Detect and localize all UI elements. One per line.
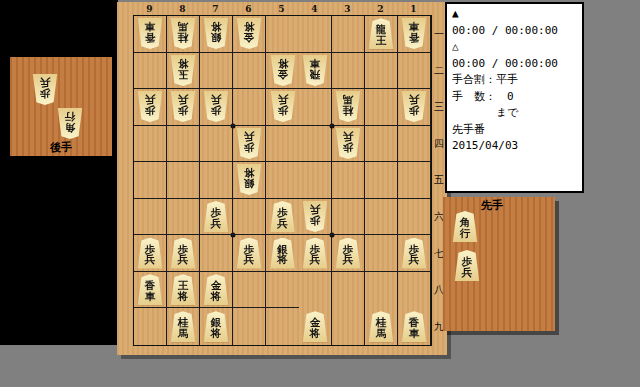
piece-kanji: 馬 bbox=[376, 328, 387, 339]
piece-kanji: 兵 bbox=[244, 254, 255, 265]
file-label: 5 bbox=[265, 3, 298, 15]
piece-桂馬-8i[interactable]: 桂馬 bbox=[170, 311, 196, 342]
square-4d[interactable] bbox=[299, 126, 332, 163]
piece-kanji: 兵 bbox=[409, 95, 420, 106]
piece-kanji: 兵 bbox=[145, 95, 156, 106]
sente-hand-角行[interactable]: 角行 bbox=[452, 211, 478, 242]
piece-kanji: 兵 bbox=[178, 95, 189, 106]
square-4i[interactable]: 金将 bbox=[299, 308, 332, 345]
piece-歩兵-4f[interactable]: 歩兵 bbox=[302, 201, 328, 232]
square-1e[interactable] bbox=[398, 162, 431, 199]
piece-飛車-4b[interactable]: 飛車 bbox=[302, 55, 328, 86]
panel-line-1: 00:00 / 00:00:00 bbox=[452, 23, 577, 40]
piece-金将-7h[interactable]: 金将 bbox=[203, 274, 229, 305]
piece-歩兵-9c[interactable]: 歩兵 bbox=[137, 91, 163, 122]
piece-kanji: 兵 bbox=[310, 205, 321, 216]
piece-歩兵-1g[interactable]: 歩兵 bbox=[401, 238, 427, 269]
piece-歩兵-9g[interactable]: 歩兵 bbox=[137, 238, 163, 269]
square-3c[interactable]: 桂馬 bbox=[332, 89, 365, 126]
square-4c[interactable] bbox=[299, 89, 332, 126]
piece-銀将-7i[interactable]: 銀将 bbox=[203, 311, 229, 342]
piece-kanji: 行 bbox=[65, 112, 76, 123]
piece-kanji: 馬 bbox=[178, 22, 189, 33]
piece-kanji: 兵 bbox=[211, 218, 222, 229]
square-5e[interactable] bbox=[266, 162, 299, 199]
piece-kanji: 兵 bbox=[277, 218, 288, 229]
piece-金将-6a[interactable]: 金将 bbox=[236, 18, 262, 49]
square-9i[interactable] bbox=[134, 308, 167, 345]
piece-kanji: 馬 bbox=[343, 95, 354, 106]
rank-label: 三 bbox=[433, 89, 445, 126]
piece-kanji: 歩 bbox=[277, 207, 288, 218]
piece-kanji: 歩 bbox=[409, 106, 420, 117]
piece-kanji: 王 bbox=[376, 35, 387, 46]
square-4e[interactable] bbox=[299, 162, 332, 199]
square-2i[interactable]: 桂馬 bbox=[365, 308, 398, 345]
piece-kanji: 将 bbox=[277, 59, 288, 70]
piece-桂馬-2i[interactable]: 桂馬 bbox=[368, 311, 394, 342]
rank-label: 五 bbox=[433, 162, 445, 199]
piece-kanji: 兵 bbox=[310, 254, 321, 265]
square-2e[interactable] bbox=[365, 162, 398, 199]
piece-kanji: 将 bbox=[211, 328, 222, 339]
panel-line-8: 2015/04/03 bbox=[452, 138, 577, 155]
square-6c[interactable] bbox=[233, 89, 266, 126]
piece-kanji: 飛 bbox=[310, 69, 321, 80]
square-5a[interactable] bbox=[266, 16, 299, 53]
gote-hand-歩兵[interactable]: 歩兵 bbox=[32, 74, 58, 105]
square-7b[interactable] bbox=[200, 53, 233, 90]
file-label: 3 bbox=[331, 3, 364, 15]
piece-歩兵-8c[interactable]: 歩兵 bbox=[170, 91, 196, 122]
gote-captured-tray: 後手 歩兵角行 bbox=[10, 57, 112, 156]
piece-歩兵-5c[interactable]: 歩兵 bbox=[270, 91, 296, 122]
piece-kanji: 金 bbox=[277, 69, 288, 80]
square-7f[interactable]: 歩兵 bbox=[200, 199, 233, 236]
square-8c[interactable]: 歩兵 bbox=[167, 89, 200, 126]
background-black-area bbox=[0, 0, 118, 345]
panel-line-3: 00:00 / 00:00:00 bbox=[452, 56, 577, 73]
square-5c[interactable]: 歩兵 bbox=[266, 89, 299, 126]
rank-label: 一 bbox=[433, 16, 445, 53]
square-3h[interactable] bbox=[332, 272, 365, 309]
file-label: 8 bbox=[166, 3, 199, 15]
piece-kanji: 歩 bbox=[178, 106, 189, 117]
square-3g[interactable]: 歩兵 bbox=[332, 235, 365, 272]
square-7h[interactable]: 金将 bbox=[200, 272, 233, 309]
piece-桂馬-3c[interactable]: 桂馬 bbox=[335, 91, 361, 122]
piece-kanji: 金 bbox=[244, 33, 255, 44]
square-3e[interactable] bbox=[332, 162, 365, 199]
square-7a[interactable]: 銀将 bbox=[200, 16, 233, 53]
square-8f[interactable] bbox=[167, 199, 200, 236]
piece-kanji: 将 bbox=[211, 291, 222, 302]
piece-歩兵-7c[interactable]: 歩兵 bbox=[203, 91, 229, 122]
square-7g[interactable] bbox=[200, 235, 233, 272]
piece-kanji: 兵 bbox=[277, 95, 288, 106]
piece-歩兵-6g[interactable]: 歩兵 bbox=[236, 238, 262, 269]
square-8h[interactable]: 王将 bbox=[167, 272, 200, 309]
piece-kanji: 兵 bbox=[343, 254, 354, 265]
piece-香車-1i[interactable]: 香車 bbox=[401, 311, 427, 342]
square-1f[interactable] bbox=[398, 199, 431, 236]
piece-kanji: 兵 bbox=[211, 95, 222, 106]
square-1b[interactable] bbox=[398, 53, 431, 90]
piece-kanji: 歩 bbox=[277, 106, 288, 117]
board-grid[interactable]: 香車桂馬銀将金将龍王香車玉将金将飛車歩兵歩兵歩兵歩兵桂馬歩兵歩兵歩兵銀将歩兵歩兵… bbox=[133, 15, 432, 346]
square-7c[interactable]: 歩兵 bbox=[200, 89, 233, 126]
piece-kanji: 将 bbox=[244, 22, 255, 33]
square-1i[interactable]: 香車 bbox=[398, 308, 431, 345]
piece-kanji: 将 bbox=[310, 328, 321, 339]
square-5g[interactable]: 銀将 bbox=[266, 235, 299, 272]
panel-line-0: ▲ bbox=[452, 6, 577, 23]
square-1c[interactable]: 歩兵 bbox=[398, 89, 431, 126]
panel-line-7: 先手番 bbox=[452, 122, 577, 139]
square-2c[interactable] bbox=[365, 89, 398, 126]
piece-龍王-2a[interactable]: 龍王 bbox=[368, 18, 394, 49]
piece-kanji: 行 bbox=[460, 228, 471, 239]
piece-銀将-5g[interactable]: 銀将 bbox=[270, 238, 296, 269]
square-9d[interactable] bbox=[134, 126, 167, 163]
piece-kanji: 車 bbox=[409, 328, 420, 339]
piece-kanji: 香 bbox=[409, 33, 420, 44]
piece-kanji: 歩 bbox=[145, 106, 156, 117]
piece-kanji: 兵 bbox=[462, 267, 473, 278]
piece-銀将-6e[interactable]: 銀将 bbox=[236, 164, 262, 195]
square-7i[interactable]: 銀将 bbox=[200, 308, 233, 345]
piece-歩兵-5f[interactable]: 歩兵 bbox=[270, 201, 296, 232]
square-2h[interactable] bbox=[365, 272, 398, 309]
piece-銀将-7a[interactable]: 銀将 bbox=[203, 18, 229, 49]
piece-kanji: 歩 bbox=[211, 207, 222, 218]
panel-line-4: 手合割：平手 bbox=[452, 72, 577, 89]
file-label: 2 bbox=[364, 3, 397, 15]
piece-kanji: 車 bbox=[145, 22, 156, 33]
square-8d[interactable] bbox=[167, 126, 200, 163]
piece-kanji: 将 bbox=[178, 291, 189, 302]
piece-kanji: 角 bbox=[460, 217, 471, 228]
square-1h[interactable] bbox=[398, 272, 431, 309]
file-labels: 987654321 bbox=[133, 3, 430, 15]
square-2a[interactable]: 龍王 bbox=[365, 16, 398, 53]
piece-kanji: 桂 bbox=[343, 106, 354, 117]
piece-kanji: 銀 bbox=[211, 33, 222, 44]
piece-歩兵-8g[interactable]: 歩兵 bbox=[170, 238, 196, 269]
file-label: 6 bbox=[232, 3, 265, 15]
file-label: 1 bbox=[397, 3, 430, 15]
square-6a[interactable]: 金将 bbox=[233, 16, 266, 53]
square-4b[interactable]: 飛車 bbox=[299, 53, 332, 90]
piece-kanji: 車 bbox=[409, 22, 420, 33]
piece-歩兵-4g[interactable]: 歩兵 bbox=[302, 238, 328, 269]
piece-kanji: 将 bbox=[211, 22, 222, 33]
piece-桂馬-8a[interactable]: 桂馬 bbox=[170, 18, 196, 49]
square-2g[interactable] bbox=[365, 235, 398, 272]
square-3i[interactable] bbox=[332, 308, 365, 345]
piece-金将-4i[interactable]: 金将 bbox=[302, 311, 328, 342]
square-3d[interactable]: 歩兵 bbox=[332, 126, 365, 163]
piece-kanji: 兵 bbox=[178, 254, 189, 265]
piece-香車-9h[interactable]: 香車 bbox=[137, 274, 163, 305]
square-5f[interactable]: 歩兵 bbox=[266, 199, 299, 236]
square-3b[interactable] bbox=[332, 53, 365, 90]
piece-kanji: 将 bbox=[178, 59, 189, 70]
piece-歩兵-3d[interactable]: 歩兵 bbox=[335, 128, 361, 159]
piece-歩兵-1c[interactable]: 歩兵 bbox=[401, 91, 427, 122]
sente-captured-tray: 先手 角行歩兵 bbox=[443, 197, 555, 331]
piece-王将-8h[interactable]: 王将 bbox=[170, 274, 196, 305]
square-6b[interactable] bbox=[233, 53, 266, 90]
square-5i[interactable] bbox=[266, 308, 299, 345]
panel-line-6: まで bbox=[452, 105, 577, 122]
panel-line-2: △ bbox=[452, 39, 577, 56]
square-9e[interactable] bbox=[134, 162, 167, 199]
piece-kanji: 車 bbox=[310, 59, 321, 70]
square-5d[interactable] bbox=[266, 126, 299, 163]
square-6h[interactable] bbox=[233, 272, 266, 309]
shogi-board: 987654321 香車桂馬銀将金将龍王香車玉将金将飛車歩兵歩兵歩兵歩兵桂馬歩兵… bbox=[117, 2, 447, 355]
file-label: 4 bbox=[298, 3, 331, 15]
piece-kanji: 玉 bbox=[178, 69, 189, 80]
piece-kanji: 兵 bbox=[409, 254, 420, 265]
square-6e[interactable]: 銀将 bbox=[233, 162, 266, 199]
square-9g[interactable]: 歩兵 bbox=[134, 235, 167, 272]
sente-tray-label: 先手 bbox=[481, 198, 503, 213]
piece-kanji: 歩 bbox=[310, 216, 321, 227]
square-8i[interactable]: 桂馬 bbox=[167, 308, 200, 345]
square-4g[interactable]: 歩兵 bbox=[299, 235, 332, 272]
gote-tray-label: 後手 bbox=[50, 140, 72, 155]
piece-kanji: 角 bbox=[65, 123, 76, 134]
file-label: 7 bbox=[199, 3, 232, 15]
square-4f[interactable]: 歩兵 bbox=[299, 199, 332, 236]
sente-hand-歩兵[interactable]: 歩兵 bbox=[454, 250, 480, 281]
square-8b[interactable]: 玉将 bbox=[167, 53, 200, 90]
piece-歩兵-7f[interactable]: 歩兵 bbox=[203, 201, 229, 232]
piece-kanji: 歩 bbox=[462, 256, 473, 267]
square-6g[interactable]: 歩兵 bbox=[233, 235, 266, 272]
piece-kanji: 香 bbox=[145, 33, 156, 44]
rank-label: 二 bbox=[433, 53, 445, 90]
square-5h[interactable] bbox=[266, 272, 299, 309]
square-7d[interactable] bbox=[200, 126, 233, 163]
rank-label: 四 bbox=[433, 126, 445, 163]
piece-金将-5b[interactable]: 金将 bbox=[270, 55, 296, 86]
piece-kanji: 兵 bbox=[145, 254, 156, 265]
square-9h[interactable]: 香車 bbox=[134, 272, 167, 309]
square-1a[interactable]: 香車 bbox=[398, 16, 431, 53]
square-9f[interactable] bbox=[134, 199, 167, 236]
square-8a[interactable]: 桂馬 bbox=[167, 16, 200, 53]
square-3f[interactable] bbox=[332, 199, 365, 236]
square-9a[interactable]: 香車 bbox=[134, 16, 167, 53]
piece-kanji: 歩 bbox=[343, 142, 354, 153]
piece-kanji: 馬 bbox=[178, 328, 189, 339]
piece-歩兵-3g[interactable]: 歩兵 bbox=[335, 238, 361, 269]
piece-歩兵-6d[interactable]: 歩兵 bbox=[236, 128, 262, 159]
square-6i[interactable] bbox=[233, 308, 266, 345]
square-8g[interactable]: 歩兵 bbox=[167, 235, 200, 272]
piece-kanji: 兵 bbox=[244, 132, 255, 143]
piece-kanji: 歩 bbox=[244, 142, 255, 153]
square-2f[interactable] bbox=[365, 199, 398, 236]
piece-kanji: 兵 bbox=[40, 78, 51, 89]
piece-kanji: 車 bbox=[145, 291, 156, 302]
square-4a[interactable] bbox=[299, 16, 332, 53]
square-3a[interactable] bbox=[332, 16, 365, 53]
piece-kanji: 歩 bbox=[40, 89, 51, 100]
panel-line-5: 手 数： 0 bbox=[452, 89, 577, 106]
file-label: 9 bbox=[133, 3, 166, 15]
piece-kanji: 将 bbox=[244, 168, 255, 179]
square-9b[interactable] bbox=[134, 53, 167, 90]
square-1d[interactable] bbox=[398, 126, 431, 163]
gote-hand-角行[interactable]: 角行 bbox=[57, 108, 83, 139]
game-info-panel: ▲00:00 / 00:00:00△00:00 / 00:00:00手合割：平手… bbox=[445, 2, 584, 193]
piece-玉将-8b[interactable]: 玉将 bbox=[170, 55, 196, 86]
square-9c[interactable]: 歩兵 bbox=[134, 89, 167, 126]
square-1g[interactable]: 歩兵 bbox=[398, 235, 431, 272]
piece-kanji: 兵 bbox=[343, 132, 354, 143]
square-2b[interactable] bbox=[365, 53, 398, 90]
piece-kanji: 桂 bbox=[178, 33, 189, 44]
piece-香車-1a[interactable]: 香車 bbox=[401, 18, 427, 49]
piece-kanji: 歩 bbox=[211, 106, 222, 117]
piece-香車-9a[interactable]: 香車 bbox=[137, 18, 163, 49]
square-5b[interactable]: 金将 bbox=[266, 53, 299, 90]
square-6d[interactable]: 歩兵 bbox=[233, 126, 266, 163]
piece-kanji: 将 bbox=[277, 254, 288, 265]
square-8e[interactable] bbox=[167, 162, 200, 199]
square-6f[interactable] bbox=[233, 199, 266, 236]
square-4h[interactable] bbox=[299, 272, 332, 309]
piece-kanji: 銀 bbox=[244, 179, 255, 190]
square-2d[interactable] bbox=[365, 126, 398, 163]
square-7e[interactable] bbox=[200, 162, 233, 199]
